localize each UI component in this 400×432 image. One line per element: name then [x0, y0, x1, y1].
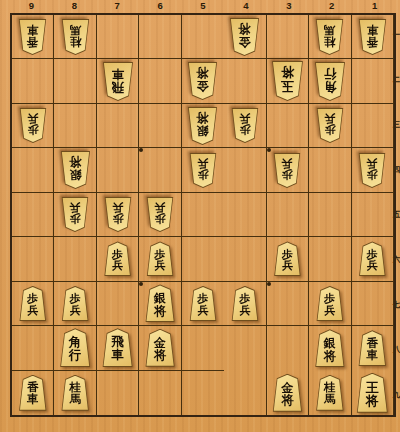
piece-kanji: 銀 — [197, 124, 209, 136]
piece-pawn-sente[interactable]: 歩兵 — [145, 241, 175, 276]
cell-2-5[interactable] — [309, 193, 351, 237]
cell-6-7[interactable]: 銀将 — [139, 282, 181, 326]
cell-1-9[interactable]: 王将 — [352, 371, 394, 415]
piece-kanji: 歩 — [70, 213, 81, 224]
cell-4-4[interactable] — [224, 148, 266, 192]
piece-kanji: 兵 — [112, 260, 123, 271]
cell-4-5[interactable] — [224, 193, 266, 237]
piece-pawn-sente[interactable]: 歩兵 — [18, 286, 48, 321]
piece-kanji: 将 — [281, 66, 294, 80]
cell-8-7[interactable]: 歩兵 — [54, 282, 96, 326]
piece-pawn-gote[interactable]: 歩兵 — [357, 153, 387, 188]
piece-kanji: 兵 — [324, 305, 335, 316]
file-label: 6 — [139, 0, 182, 12]
piece-lance-sente[interactable]: 香車 — [357, 330, 388, 366]
cell-9-1[interactable]: 香車 — [12, 15, 54, 59]
file-label: 1 — [353, 0, 396, 12]
cell-7-8[interactable]: 飛車 — [97, 326, 139, 370]
piece-pawn-sente[interactable]: 歩兵 — [60, 286, 90, 321]
piece-pawn-gote[interactable]: 歩兵 — [272, 153, 302, 188]
piece-kanji: 将 — [239, 23, 251, 35]
piece-face: 桂馬 — [61, 376, 90, 410]
cell-3-4[interactable]: 歩兵 — [267, 148, 309, 192]
cell-8-9[interactable]: 桂馬 — [54, 371, 96, 415]
piece-kanji: 馬 — [324, 394, 336, 406]
piece-lance-gote[interactable]: 香車 — [17, 19, 48, 55]
piece-kanji: 車 — [111, 349, 124, 362]
cell-5-9[interactable] — [182, 371, 224, 415]
piece-kanji: 歩 — [282, 169, 293, 180]
cell-4-6[interactable] — [224, 237, 266, 281]
cell-7-6[interactable]: 歩兵 — [97, 237, 139, 281]
cell-7-7[interactable] — [97, 282, 139, 326]
piece-gold-gote[interactable]: 金将 — [186, 62, 219, 100]
file-label: 7 — [96, 0, 139, 12]
cell-1-6[interactable]: 歩兵 — [352, 237, 394, 281]
piece-kanji: 車 — [111, 67, 124, 80]
cell-5-8[interactable] — [182, 326, 224, 370]
piece-kanji: 歩 — [324, 124, 335, 135]
piece-kanji: 銀 — [324, 337, 336, 349]
piece-face: 銀将 — [145, 285, 176, 321]
piece-kanji: 行 — [324, 67, 337, 80]
piece-king-gote[interactable]: 玉将 — [270, 61, 305, 101]
piece-kanji: 兵 — [27, 305, 38, 316]
cell-3-9[interactable]: 金将 — [267, 371, 309, 415]
piece-pawn-gote[interactable]: 歩兵 — [145, 197, 175, 232]
piece-pawn-sente[interactable]: 歩兵 — [315, 286, 345, 321]
piece-knight-gote[interactable]: 桂馬 — [60, 19, 91, 55]
cell-2-3[interactable]: 歩兵 — [309, 104, 351, 148]
piece-kanji: 兵 — [70, 202, 81, 213]
cell-4-2[interactable] — [224, 59, 266, 103]
piece-kanji: 香 — [367, 35, 379, 47]
file-label: 4 — [224, 0, 267, 12]
cell-7-9[interactable] — [97, 371, 139, 415]
piece-kanji: 玉 — [281, 80, 294, 94]
piece-kanji: 兵 — [70, 305, 81, 316]
piece-kanji: 兵 — [239, 305, 250, 316]
cell-3-6[interactable]: 歩兵 — [267, 237, 309, 281]
cell-5-7[interactable]: 歩兵 — [182, 282, 224, 326]
piece-kanji: 兵 — [239, 113, 250, 124]
piece-face: 飛車 — [102, 329, 134, 366]
cell-1-8[interactable]: 香車 — [352, 326, 394, 370]
piece-pawn-gote[interactable]: 歩兵 — [103, 197, 133, 232]
cell-5-3[interactable]: 銀将 — [182, 104, 224, 148]
piece-kanji: 車 — [367, 350, 379, 362]
piece-kanji: 兵 — [155, 202, 166, 213]
piece-kanji: 兵 — [197, 305, 208, 316]
cell-2-9[interactable]: 桂馬 — [309, 371, 351, 415]
cell-6-1[interactable] — [139, 15, 181, 59]
piece-kanji: 兵 — [112, 202, 123, 213]
piece-pawn-gote[interactable]: 歩兵 — [60, 197, 90, 232]
file-label: 5 — [182, 0, 225, 12]
cell-8-3[interactable] — [54, 104, 96, 148]
cell-2-2[interactable]: 角行 — [309, 59, 351, 103]
piece-king-sente[interactable]: 王将 — [355, 373, 390, 413]
piece-kanji: 銀 — [69, 169, 81, 181]
piece-kanji: 歩 — [367, 169, 378, 180]
file-labels: 987654321 — [10, 0, 396, 12]
piece-kanji: 飛 — [111, 80, 124, 93]
piece-gold-gote[interactable]: 金将 — [228, 18, 261, 56]
piece-kanji: 桂 — [69, 35, 81, 47]
piece-kanji: 兵 — [27, 113, 38, 124]
file-label: 3 — [267, 0, 310, 12]
piece-gold-sente[interactable]: 金将 — [271, 374, 304, 412]
piece-kanji: 桂 — [324, 35, 336, 47]
cell-6-8[interactable]: 金将 — [139, 326, 181, 370]
cell-4-8[interactable] — [224, 326, 266, 370]
cell-1-3[interactable] — [352, 104, 394, 148]
piece-knight-sente[interactable]: 桂馬 — [314, 375, 345, 411]
star-point — [139, 148, 143, 152]
cell-9-8[interactable] — [12, 326, 54, 370]
piece-silver-sente[interactable]: 銀将 — [144, 284, 177, 322]
cell-9-3[interactable]: 歩兵 — [12, 104, 54, 148]
piece-face: 桂馬 — [315, 376, 344, 410]
piece-face: 香車 — [18, 376, 47, 410]
piece-silver-sente[interactable]: 銀将 — [313, 329, 346, 367]
cell-1-2[interactable] — [352, 59, 394, 103]
cell-2-1[interactable]: 桂馬 — [309, 15, 351, 59]
cell-5-5[interactable] — [182, 193, 224, 237]
cell-7-3[interactable] — [97, 104, 139, 148]
piece-kanji: 車 — [367, 23, 379, 35]
file-label: 8 — [53, 0, 96, 12]
piece-kanji: 車 — [27, 394, 39, 406]
piece-kanji: 金 — [239, 35, 251, 47]
piece-kanji: 歩 — [155, 213, 166, 224]
piece-pawn-gote[interactable]: 歩兵 — [315, 108, 345, 143]
piece-face: 玉将 — [271, 62, 304, 100]
piece-face: 王将 — [356, 374, 389, 412]
piece-face: 銀将 — [314, 330, 345, 366]
cell-3-8[interactable] — [267, 326, 309, 370]
piece-kanji: 行 — [69, 349, 82, 362]
piece-kanji: 兵 — [367, 157, 378, 168]
piece-kanji: 将 — [154, 349, 166, 361]
piece-kanji: 兵 — [367, 260, 378, 271]
piece-kanji: 将 — [281, 394, 293, 406]
piece-kanji: 歩 — [27, 124, 38, 135]
piece-kanji: 王 — [366, 381, 379, 395]
piece-kanji: 将 — [324, 350, 336, 362]
piece-kanji: 歩 — [197, 169, 208, 180]
cell-8-6[interactable] — [54, 237, 96, 281]
cell-6-2[interactable] — [139, 59, 181, 103]
piece-rook-gote[interactable]: 飛車 — [101, 62, 135, 101]
piece-pawn-sente[interactable]: 歩兵 — [357, 241, 387, 276]
cell-6-3[interactable] — [139, 104, 181, 148]
piece-kanji: 車 — [27, 23, 39, 35]
piece-kanji: 歩 — [239, 124, 250, 135]
cell-9-6[interactable] — [12, 237, 54, 281]
cell-3-1[interactable] — [267, 15, 309, 59]
cell-6-4[interactable] — [139, 148, 181, 192]
cell-2-7[interactable]: 歩兵 — [309, 282, 351, 326]
piece-kanji: 香 — [27, 35, 39, 47]
piece-knight-sente[interactable]: 桂馬 — [60, 375, 91, 411]
cell-4-7[interactable]: 歩兵 — [224, 282, 266, 326]
piece-face: 金将 — [145, 330, 176, 366]
cell-2-8[interactable]: 銀将 — [309, 326, 351, 370]
piece-pawn-sente[interactable]: 歩兵 — [103, 241, 133, 276]
piece-kanji: 歩 — [112, 213, 123, 224]
cell-3-3[interactable] — [267, 104, 309, 148]
piece-lance-sente[interactable]: 香車 — [17, 375, 48, 411]
cell-4-3[interactable]: 歩兵 — [224, 104, 266, 148]
piece-kanji: 兵 — [282, 157, 293, 168]
cell-8-8[interactable]: 角行 — [54, 326, 96, 370]
cell-6-6[interactable]: 歩兵 — [139, 237, 181, 281]
piece-kanji: 将 — [197, 112, 209, 124]
cell-8-2[interactable] — [54, 59, 96, 103]
piece-knight-gote[interactable]: 桂馬 — [314, 19, 345, 55]
cell-5-6[interactable] — [182, 237, 224, 281]
cell-2-4[interactable] — [309, 148, 351, 192]
piece-kanji: 馬 — [69, 23, 81, 35]
piece-lance-gote[interactable]: 香車 — [357, 19, 388, 55]
cell-9-7[interactable]: 歩兵 — [12, 282, 54, 326]
board-grid: 香車桂馬金将桂馬香車飛車金将玉将角行歩兵銀将歩兵歩兵銀将歩兵歩兵歩兵歩兵歩兵歩兵… — [10, 13, 396, 417]
cell-2-6[interactable] — [309, 237, 351, 281]
cell-1-1[interactable]: 香車 — [352, 15, 394, 59]
piece-silver-gote[interactable]: 銀将 — [59, 151, 92, 189]
piece-bishop-sente[interactable]: 角行 — [58, 328, 92, 367]
piece-kanji: 将 — [366, 394, 379, 408]
cell-5-2[interactable]: 金将 — [182, 59, 224, 103]
piece-kanji: 兵 — [155, 260, 166, 271]
cell-7-4[interactable] — [97, 148, 139, 192]
cell-4-1[interactable]: 金将 — [224, 15, 266, 59]
cell-9-4[interactable] — [12, 148, 54, 192]
piece-kanji: 将 — [197, 67, 209, 79]
piece-pawn-sente[interactable]: 歩兵 — [272, 241, 302, 276]
piece-face: 香車 — [358, 331, 387, 365]
piece-kanji: 兵 — [324, 113, 335, 124]
cell-1-7[interactable] — [352, 282, 394, 326]
cell-9-5[interactable] — [12, 193, 54, 237]
cell-6-9[interactable] — [139, 371, 181, 415]
piece-kanji: 兵 — [282, 260, 293, 271]
cell-5-4[interactable]: 歩兵 — [182, 148, 224, 192]
piece-face: 金将 — [272, 375, 303, 411]
piece-silver-gote[interactable]: 銀将 — [186, 107, 219, 145]
piece-kanji: 兵 — [197, 157, 208, 168]
piece-face: 角行 — [59, 329, 91, 366]
piece-kanji: 馬 — [324, 23, 336, 35]
piece-pawn-gote[interactable]: 歩兵 — [18, 108, 48, 143]
piece-rook-sente[interactable]: 飛車 — [101, 328, 135, 367]
cell-9-2[interactable] — [12, 59, 54, 103]
cell-9-9[interactable]: 香車 — [12, 371, 54, 415]
piece-kanji: 金 — [197, 80, 209, 92]
piece-pawn-sente[interactable]: 歩兵 — [188, 286, 218, 321]
cell-8-5[interactable]: 歩兵 — [54, 193, 96, 237]
piece-gold-sente[interactable]: 金将 — [144, 329, 177, 367]
shogi-board-app: 987654321 一二三四五六七八九 香車桂馬金将桂馬香車飛車金将玉将角行歩兵… — [0, 0, 400, 432]
file-label: 2 — [310, 0, 353, 12]
cell-7-2[interactable]: 飛車 — [97, 59, 139, 103]
piece-pawn-gote[interactable]: 歩兵 — [188, 153, 218, 188]
cell-7-5[interactable]: 歩兵 — [97, 193, 139, 237]
cell-8-1[interactable]: 桂馬 — [54, 15, 96, 59]
cell-5-1[interactable] — [182, 15, 224, 59]
cell-7-1[interactable] — [97, 15, 139, 59]
piece-kanji: 銀 — [154, 292, 166, 304]
piece-pawn-gote[interactable]: 歩兵 — [230, 108, 260, 143]
cell-8-4[interactable]: 銀将 — [54, 148, 96, 192]
cell-1-5[interactable] — [352, 193, 394, 237]
cell-3-5[interactable] — [267, 193, 309, 237]
piece-pawn-sente[interactable]: 歩兵 — [230, 286, 260, 321]
cell-4-9[interactable] — [224, 371, 266, 415]
cell-1-4[interactable]: 歩兵 — [352, 148, 394, 192]
cell-3-7[interactable] — [267, 282, 309, 326]
cell-3-2[interactable]: 玉将 — [267, 59, 309, 103]
piece-kanji: 馬 — [69, 394, 81, 406]
piece-kanji: 将 — [154, 305, 166, 317]
piece-kanji: 将 — [69, 156, 81, 168]
file-label: 9 — [10, 0, 53, 12]
cell-6-5[interactable]: 歩兵 — [139, 193, 181, 237]
piece-kanji: 角 — [324, 80, 337, 93]
piece-bishop-gote[interactable]: 角行 — [313, 62, 347, 101]
